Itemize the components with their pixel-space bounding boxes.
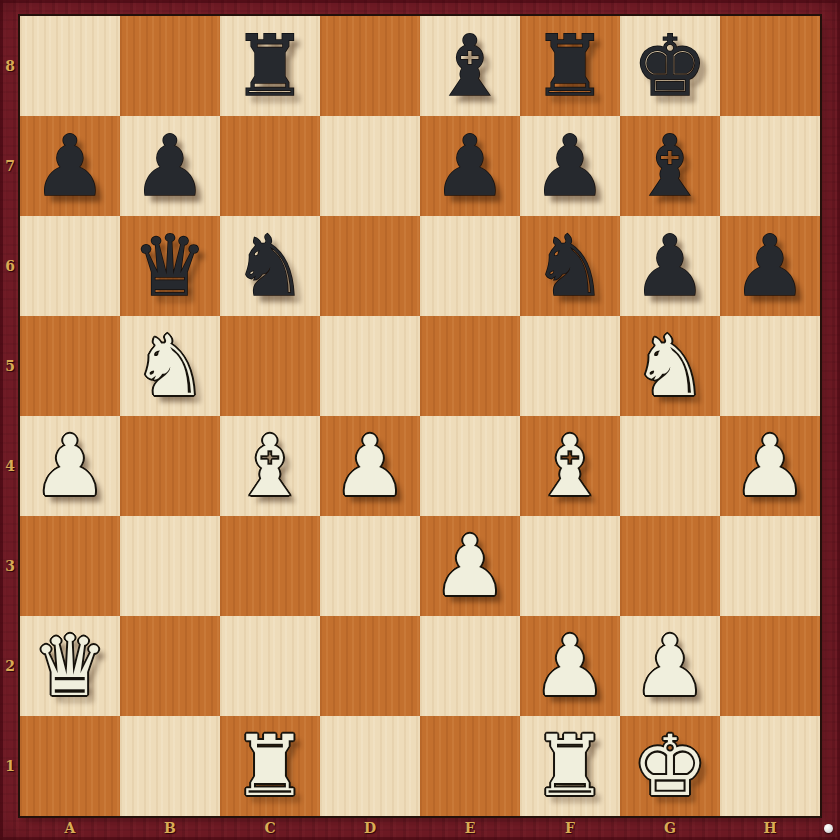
square-d6[interactable] (320, 216, 420, 316)
rank-label-4: 4 (0, 416, 20, 516)
piece-white-queen[interactable]: ♛ (32, 624, 107, 708)
square-b4[interactable] (120, 416, 220, 516)
piece-black-bishop[interactable]: ♝ (432, 24, 507, 108)
piece-white-pawn[interactable]: ♟ (532, 624, 607, 708)
side-to-move-indicator (824, 824, 833, 833)
square-g3[interactable] (620, 516, 720, 616)
file-label-f: F (520, 816, 620, 840)
square-d8[interactable] (320, 16, 420, 116)
piece-black-pawn[interactable]: ♟ (432, 124, 507, 208)
square-b8[interactable] (120, 16, 220, 116)
file-label-c: C (220, 816, 320, 840)
piece-black-queen[interactable]: ♛ (132, 224, 207, 308)
rank-label-6: 6 (0, 216, 20, 316)
rank-label-2: 2 (0, 616, 20, 716)
square-a5[interactable] (20, 316, 120, 416)
square-f8[interactable]: ♜ (520, 16, 620, 116)
square-b2[interactable] (120, 616, 220, 716)
square-a4[interactable]: ♟ (20, 416, 120, 516)
piece-black-pawn[interactable]: ♟ (132, 124, 207, 208)
square-g1[interactable]: ♚ (620, 716, 720, 816)
piece-white-knight[interactable]: ♞ (132, 324, 207, 408)
rank-label-8: 8 (0, 16, 20, 116)
piece-white-pawn[interactable]: ♟ (332, 424, 407, 508)
piece-white-rook[interactable]: ♜ (232, 724, 307, 808)
square-e1[interactable] (420, 716, 520, 816)
square-e8[interactable]: ♝ (420, 16, 520, 116)
square-d4[interactable]: ♟ (320, 416, 420, 516)
piece-white-king[interactable]: ♚ (632, 724, 707, 808)
square-c5[interactable] (220, 316, 320, 416)
square-b1[interactable] (120, 716, 220, 816)
piece-white-pawn[interactable]: ♟ (432, 524, 507, 608)
square-e7[interactable]: ♟ (420, 116, 520, 216)
square-b7[interactable]: ♟ (120, 116, 220, 216)
square-h6[interactable]: ♟ (720, 216, 820, 316)
piece-black-pawn[interactable]: ♟ (732, 224, 807, 308)
square-f1[interactable]: ♜ (520, 716, 620, 816)
piece-white-pawn[interactable]: ♟ (32, 424, 107, 508)
chess-app-window: { "game": "chess", "position": { "fen": … (0, 0, 840, 840)
square-b6[interactable]: ♛ (120, 216, 220, 316)
piece-white-pawn[interactable]: ♟ (632, 624, 707, 708)
square-h8[interactable] (720, 16, 820, 116)
square-h4[interactable]: ♟ (720, 416, 820, 516)
file-label-e: E (420, 816, 520, 840)
piece-white-knight[interactable]: ♞ (632, 324, 707, 408)
square-f7[interactable]: ♟ (520, 116, 620, 216)
square-f4[interactable]: ♝ (520, 416, 620, 516)
square-c8[interactable]: ♜ (220, 16, 320, 116)
square-g6[interactable]: ♟ (620, 216, 720, 316)
piece-black-bishop[interactable]: ♝ (632, 124, 707, 208)
square-c2[interactable] (220, 616, 320, 716)
square-g8[interactable]: ♚ (620, 16, 720, 116)
square-b5[interactable]: ♞ (120, 316, 220, 416)
piece-white-rook[interactable]: ♜ (532, 724, 607, 808)
piece-black-rook[interactable]: ♜ (232, 24, 307, 108)
file-labels: ABCDEFGH (20, 816, 820, 840)
square-d3[interactable] (320, 516, 420, 616)
square-e4[interactable] (420, 416, 520, 516)
square-e3[interactable]: ♟ (420, 516, 520, 616)
piece-black-king[interactable]: ♚ (632, 24, 707, 108)
square-h2[interactable] (720, 616, 820, 716)
square-h1[interactable] (720, 716, 820, 816)
file-label-g: G (620, 816, 720, 840)
square-f2[interactable]: ♟ (520, 616, 620, 716)
rank-labels: 87654321 (0, 16, 20, 816)
rank-label-7: 7 (0, 116, 20, 216)
file-label-d: D (320, 816, 420, 840)
square-h5[interactable] (720, 316, 820, 416)
piece-white-pawn[interactable]: ♟ (732, 424, 807, 508)
square-d5[interactable] (320, 316, 420, 416)
chess-board[interactable]: ♜♝♜♚♟♟♟♟♝♛♞♞♟♟♞♞♟♝♟♝♟♟♛♟♟♜♜♚ (20, 16, 820, 816)
square-c4[interactable]: ♝ (220, 416, 320, 516)
square-c1[interactable]: ♜ (220, 716, 320, 816)
rank-label-1: 1 (0, 716, 20, 816)
square-f6[interactable]: ♞ (520, 216, 620, 316)
square-d2[interactable] (320, 616, 420, 716)
file-label-h: H (720, 816, 820, 840)
piece-black-pawn[interactable]: ♟ (32, 124, 107, 208)
piece-white-bishop[interactable]: ♝ (232, 424, 307, 508)
square-a7[interactable]: ♟ (20, 116, 120, 216)
piece-black-knight[interactable]: ♞ (532, 224, 607, 308)
piece-black-pawn[interactable]: ♟ (532, 124, 607, 208)
piece-black-pawn[interactable]: ♟ (632, 224, 707, 308)
square-g2[interactable]: ♟ (620, 616, 720, 716)
file-label-a: A (20, 816, 120, 840)
square-a1[interactable] (20, 716, 120, 816)
square-f3[interactable] (520, 516, 620, 616)
square-e6[interactable] (420, 216, 520, 316)
file-label-b: B (120, 816, 220, 840)
square-g4[interactable] (620, 416, 720, 516)
piece-black-knight[interactable]: ♞ (232, 224, 307, 308)
square-g7[interactable]: ♝ (620, 116, 720, 216)
square-c6[interactable]: ♞ (220, 216, 320, 316)
square-f5[interactable] (520, 316, 620, 416)
piece-white-bishop[interactable]: ♝ (532, 424, 607, 508)
square-a3[interactable] (20, 516, 120, 616)
square-e5[interactable] (420, 316, 520, 416)
square-a6[interactable] (20, 216, 120, 316)
square-a8[interactable] (20, 16, 120, 116)
square-e2[interactable] (420, 616, 520, 716)
square-b3[interactable] (120, 516, 220, 616)
square-d1[interactable] (320, 716, 420, 816)
rank-label-3: 3 (0, 516, 20, 616)
piece-black-rook[interactable]: ♜ (532, 24, 607, 108)
square-h7[interactable] (720, 116, 820, 216)
square-c3[interactable] (220, 516, 320, 616)
square-a2[interactable]: ♛ (20, 616, 120, 716)
square-h3[interactable] (720, 516, 820, 616)
rank-label-5: 5 (0, 316, 20, 416)
square-d7[interactable] (320, 116, 420, 216)
square-c7[interactable] (220, 116, 320, 216)
square-g5[interactable]: ♞ (620, 316, 720, 416)
